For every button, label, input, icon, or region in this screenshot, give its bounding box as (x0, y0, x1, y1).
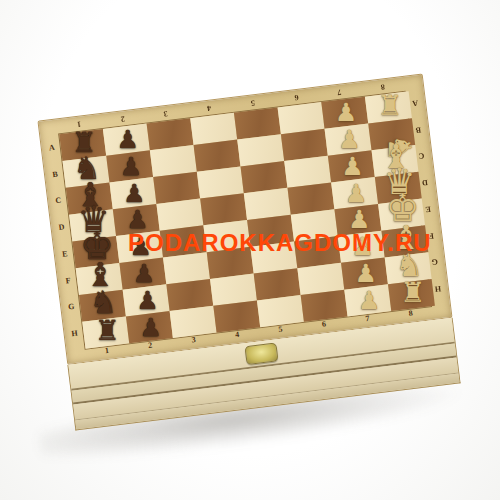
watermark-text: PODAROKKAGDOMY.RU (128, 229, 432, 257)
file-label: G (65, 302, 78, 312)
chess-piece-white-rook[interactable]: ♜ (400, 279, 425, 307)
file-label: H (68, 328, 81, 338)
chess-piece-black-pawn[interactable]: ♟ (123, 181, 145, 206)
board-frame: ABCDEFGH ABCDEFGH 12345678 12345678 ♜♟♟♜… (37, 74, 452, 365)
rank-label: 2 (120, 113, 125, 123)
file-label: C (52, 196, 65, 206)
chess-piece-white-pawn[interactable]: ♟ (354, 261, 376, 286)
rank-label: 7 (365, 314, 370, 324)
chess-piece-white-pawn[interactable]: ♟ (358, 288, 380, 313)
board-square-h7[interactable]: ♟ (344, 284, 391, 316)
chess-piece-white-pawn[interactable]: ♟ (338, 127, 360, 152)
rank-label: 1 (104, 346, 109, 356)
latch-clasp-icon (244, 342, 278, 365)
board-square-h4[interactable] (213, 300, 260, 332)
chess-piece-black-pawn[interactable]: ♟ (133, 261, 155, 286)
file-label: D (55, 222, 68, 232)
chess-piece-black-pawn[interactable]: ♟ (120, 154, 142, 179)
board-square-h5[interactable] (257, 295, 304, 327)
rank-label: 4 (207, 103, 212, 113)
board-grid: ♜♟♟♜♞♟♟♞♝♟♟♝♛♟♟♛♚♟♟♚♝♟♟♝♞♟♟♞♜♟♟♜ (58, 91, 432, 350)
rank-label: 2 (148, 341, 153, 351)
rank-label: 4 (235, 330, 240, 340)
board-square-h6[interactable] (301, 290, 348, 322)
rank-label: 5 (278, 325, 283, 335)
file-label: E (58, 249, 71, 259)
chess-piece-white-pawn[interactable]: ♟ (345, 181, 367, 206)
chess-piece-white-rook[interactable]: ♜ (377, 92, 402, 120)
chess-piece-black-pawn[interactable]: ♟ (116, 127, 138, 152)
file-label: B (49, 169, 62, 179)
chess-piece-black-rook[interactable]: ♜ (94, 317, 119, 345)
board-square-h3[interactable] (170, 306, 217, 338)
rank-label: 6 (321, 319, 326, 329)
chess-piece-black-pawn[interactable]: ♟ (139, 315, 161, 340)
scene: ABCDEFGH ABCDEFGH 12345678 12345678 ♜♟♟♜… (0, 0, 500, 500)
rank-label: 7 (337, 87, 342, 97)
rank-label: 3 (191, 335, 196, 345)
file-label: A (45, 142, 58, 152)
chess-piece-white-pawn[interactable]: ♟ (341, 154, 363, 179)
board-square-h8[interactable]: ♜ (388, 279, 435, 311)
chess-piece-black-pawn[interactable]: ♟ (136, 288, 158, 313)
rank-label: 6 (294, 92, 299, 102)
rank-label: 3 (163, 108, 168, 118)
rank-label: 8 (408, 309, 413, 319)
file-label: F (62, 275, 75, 285)
rank-label: 5 (250, 97, 255, 107)
board-square-h1[interactable]: ♜ (82, 316, 129, 348)
board-square-h2[interactable]: ♟ (126, 311, 173, 343)
chess-piece-white-pawn[interactable]: ♟ (335, 100, 357, 125)
